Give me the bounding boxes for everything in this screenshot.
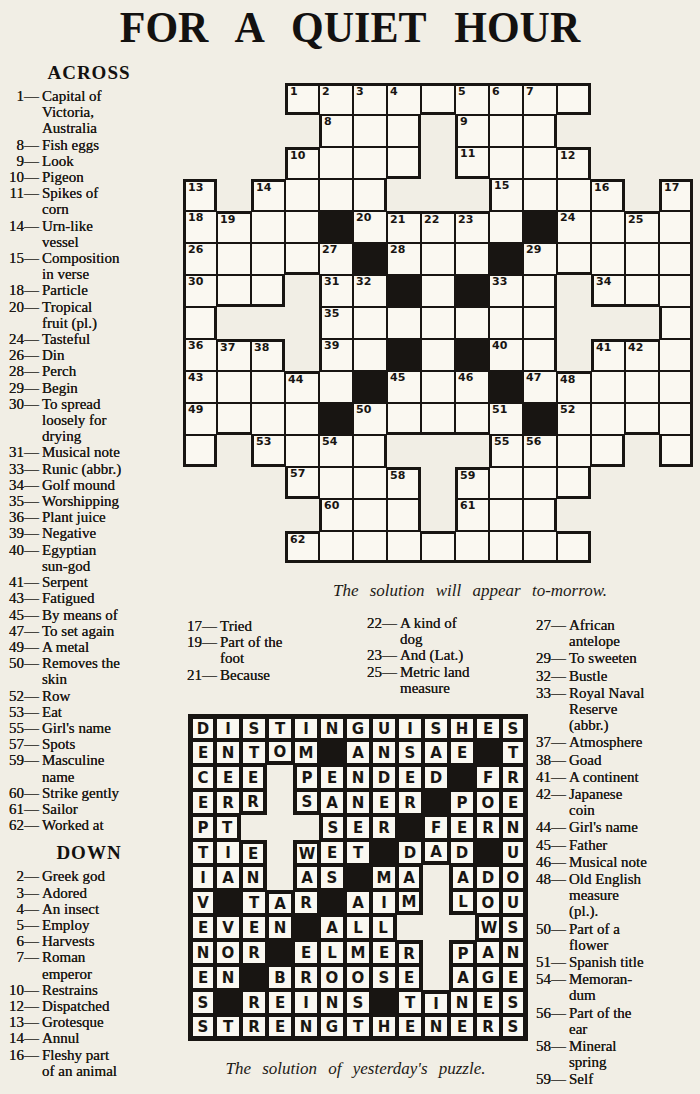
cell-0-11[interactable]: E [475, 715, 501, 740]
cell-7-14[interactable] [659, 307, 693, 339]
cell-2-4[interactable] [319, 147, 353, 179]
cell-1-6[interactable]: A [345, 740, 371, 765]
cell-10-7[interactable]: S [371, 965, 397, 990]
cell-2-11[interactable]: F [475, 765, 501, 790]
cell-8-5[interactable] [353, 339, 387, 371]
cell-10-3[interactable]: B [267, 965, 293, 990]
cell-9-0[interactable]: 43 [183, 371, 217, 403]
cell-8-9[interactable]: 40 [489, 339, 523, 371]
cell-6-14[interactable] [659, 275, 693, 307]
cell-4-5[interactable]: S [319, 815, 345, 840]
cell-6-5[interactable]: 32 [353, 275, 387, 307]
cell-10-4[interactable]: R [293, 965, 319, 990]
cell-3-2[interactable]: R [241, 790, 267, 815]
cell-3-0[interactable]: 13 [183, 179, 217, 211]
cell-4-8[interactable]: 23 [455, 211, 489, 243]
cell-1-0[interactable]: E [189, 740, 215, 765]
cell-0-12[interactable]: S [501, 715, 527, 740]
cell-5-6[interactable]: 28 [387, 243, 421, 275]
cell-2-12[interactable]: R [501, 765, 527, 790]
cell-7-8[interactable]: M [397, 890, 423, 915]
cell-9-0[interactable]: N [189, 940, 215, 965]
cell-0-2[interactable]: S [241, 715, 267, 740]
cell-10-6[interactable]: O [345, 965, 371, 990]
cell-8-12[interactable]: 41 [591, 339, 625, 371]
cell-8-3[interactable]: N [267, 915, 293, 940]
cell-8-13[interactable]: 42 [625, 339, 659, 371]
cell-6-7[interactable] [421, 275, 455, 307]
cell-0-4[interactable]: I [293, 715, 319, 740]
cell-8-6[interactable]: L [345, 915, 371, 940]
cell-9-3[interactable]: 44 [285, 371, 319, 403]
cell-6-1[interactable]: A [215, 865, 241, 890]
cell-10-13[interactable] [625, 403, 659, 435]
cell-4-7[interactable]: R [371, 815, 397, 840]
cell-6-0[interactable]: I [189, 865, 215, 890]
cell-7-6[interactable]: A [345, 890, 371, 915]
cell-6-4[interactable]: 31 [319, 275, 353, 307]
cell-1-7[interactable]: N [371, 740, 397, 765]
cell-11-11[interactable]: E [475, 990, 501, 1015]
cell-8-7[interactable] [421, 339, 455, 371]
cell-6-0[interactable]: 30 [183, 275, 217, 307]
cell-3-7[interactable]: E [371, 790, 397, 815]
cell-0-10[interactable]: 7 [523, 83, 557, 115]
cell-9-11[interactable]: A [475, 940, 501, 965]
clue-number: 32— [531, 668, 566, 684]
cell-7-4[interactable]: 35 [319, 307, 353, 339]
cell-5-14[interactable] [659, 243, 693, 275]
cell-11-14[interactable] [659, 435, 693, 467]
cell-1-8[interactable]: 9 [455, 115, 489, 147]
cell-2-1[interactable]: E [215, 765, 241, 790]
cell-3-0[interactable]: E [189, 790, 215, 815]
cell-0-9[interactable]: 6 [489, 83, 523, 115]
cell-1-10[interactable]: E [449, 740, 475, 765]
cell-1-5[interactable] [353, 115, 387, 147]
cell-6-9[interactable]: 33 [489, 275, 523, 307]
cell-12-0[interactable]: S [189, 1015, 215, 1040]
cell-5-1[interactable] [217, 243, 251, 275]
cell-10-12[interactable] [591, 403, 625, 435]
cell-9-4[interactable]: E [293, 940, 319, 965]
cell-2-6[interactable]: N [345, 765, 371, 790]
cell-2-4[interactable]: P [293, 765, 319, 790]
cell-3-10[interactable] [523, 179, 557, 211]
cell-7-10[interactable] [523, 307, 557, 339]
cell-9-2[interactable] [251, 371, 285, 403]
cell-12-9[interactable]: N [423, 1015, 449, 1040]
cell-12-7[interactable]: H [371, 1015, 397, 1040]
cell-4-0[interactable]: P [189, 815, 215, 840]
cell-1-12[interactable]: T [501, 740, 527, 765]
cell-4-3[interactable] [285, 211, 319, 243]
cell-0-4[interactable]: 2 [319, 83, 353, 115]
cell-6-13[interactable] [625, 275, 659, 307]
cell-0-3[interactable]: T [267, 715, 293, 740]
cell-5-12[interactable]: U [501, 840, 527, 865]
cell-4-9[interactable]: F [423, 815, 449, 840]
cell-5-10[interactable]: D [449, 840, 475, 865]
cell-9-12[interactable] [591, 371, 625, 403]
cell-0-6[interactable]: 4 [387, 83, 421, 115]
cell-6-10[interactable] [523, 275, 557, 307]
cell-4-13[interactable]: 25 [625, 211, 659, 243]
cell-12-11[interactable] [557, 467, 591, 499]
cell-7-7[interactable] [421, 307, 455, 339]
cell-8-0[interactable]: E [189, 915, 215, 940]
cell-6-2[interactable]: N [241, 865, 267, 890]
cell-12-11[interactable]: R [475, 1015, 501, 1040]
cell-9-8[interactable]: 46 [455, 371, 489, 403]
cell-8-11[interactable]: W [475, 915, 501, 940]
cell-0-0[interactable]: D [189, 715, 215, 740]
cell-9-13[interactable] [625, 371, 659, 403]
cell-8-12[interactable]: S [501, 915, 527, 940]
cell-13-5[interactable] [353, 499, 387, 531]
cell-6-8[interactable]: A [397, 865, 423, 890]
cell-2-8[interactable]: E [397, 765, 423, 790]
cell-11-2[interactable]: R [241, 990, 267, 1015]
cell-11-10[interactable]: N [449, 990, 475, 1015]
cell-3-5[interactable]: A [319, 790, 345, 815]
cell-9-6[interactable]: M [345, 940, 371, 965]
cell-3-14[interactable]: 17 [659, 179, 693, 211]
cell-5-12[interactable] [591, 243, 625, 275]
cell-3-4[interactable]: S [293, 790, 319, 815]
cell-8-2[interactable]: 38 [251, 339, 285, 371]
cell-1-2[interactable]: T [241, 740, 267, 765]
cell-5-7[interactable] [421, 243, 455, 275]
cell-12-4[interactable] [319, 467, 353, 499]
clue-number: 41— [4, 574, 39, 590]
cell-10-0[interactable]: 49 [183, 403, 217, 435]
cell-4-14[interactable] [659, 211, 693, 243]
cell-13-8[interactable]: 61 [455, 499, 489, 531]
cell-6-4[interactable]: A [293, 865, 319, 890]
cell-12-10[interactable] [523, 467, 557, 499]
cell-10-5[interactable]: O [319, 965, 345, 990]
cell-5-6[interactable]: T [345, 840, 371, 865]
cell-9-6[interactable]: 45 [387, 371, 421, 403]
cell-5-3[interactable] [285, 243, 319, 275]
cell-5-2[interactable]: E [241, 840, 267, 865]
cell-7-4[interactable]: R [293, 890, 319, 915]
cell-7-0[interactable] [183, 307, 217, 339]
cell-7-6[interactable] [387, 307, 421, 339]
cell-4-2[interactable] [251, 211, 285, 243]
cell-0-5[interactable]: 3 [353, 83, 387, 115]
cell-4-0[interactable]: 18 [183, 211, 217, 243]
cell-10-7[interactable] [421, 403, 455, 435]
cell-5-1[interactable]: I [215, 840, 241, 865]
cell-0-3[interactable]: 1 [285, 83, 319, 115]
cell-14-9[interactable] [489, 531, 523, 563]
cell-3-10[interactable]: P [449, 790, 475, 815]
cell-1-10[interactable] [523, 115, 557, 147]
cell-2-9[interactable] [489, 147, 523, 179]
cell-4-6[interactable]: E [345, 815, 371, 840]
cell-14-10[interactable] [523, 531, 557, 563]
cell-1-9[interactable] [489, 115, 523, 147]
cell-9-11[interactable]: 48 [557, 371, 591, 403]
cell-11-12[interactable]: S [501, 990, 527, 1015]
cell-7-0[interactable]: V [189, 890, 215, 915]
cell-0-7[interactable] [421, 83, 455, 115]
cell-8-1[interactable]: V [215, 915, 241, 940]
cell-9-1[interactable] [217, 371, 251, 403]
cell-11-11[interactable] [557, 435, 591, 467]
cell-1-1[interactable]: N [215, 740, 241, 765]
cell-10-11[interactable]: G [475, 965, 501, 990]
cell-11-3[interactable]: E [267, 990, 293, 1015]
cell-5-0[interactable]: 26 [183, 243, 217, 275]
block-6-8 [455, 275, 489, 307]
cell-11-12[interactable] [591, 435, 625, 467]
cell-13-10[interactable] [523, 499, 557, 531]
cell-12-2[interactable]: R [241, 1015, 267, 1040]
cell-8-7[interactable]: L [371, 915, 397, 940]
cell-4-9[interactable] [489, 211, 523, 243]
cell-4-1[interactable]: 19 [217, 211, 251, 243]
cell-5-13[interactable] [625, 243, 659, 275]
cell-13-6[interactable] [387, 499, 421, 531]
cell-12-6[interactable]: T [345, 1015, 371, 1040]
cell-14-6[interactable] [387, 531, 421, 563]
cell-0-11[interactable] [557, 83, 591, 115]
cell-3-8[interactable]: R [397, 790, 423, 815]
cell-1-9[interactable]: A [423, 740, 449, 765]
cell-9-8[interactable]: R [397, 940, 423, 965]
cell-11-0[interactable]: S [189, 990, 215, 1015]
cell-9-12[interactable]: N [501, 940, 527, 965]
cell-14-4[interactable] [319, 531, 353, 563]
cell-4-6[interactable]: 21 [387, 211, 421, 243]
cell-12-4[interactable]: N [293, 1015, 319, 1040]
cell-3-12[interactable]: E [501, 790, 527, 815]
solution-letter: A [425, 742, 447, 763]
cell-3-5[interactable] [353, 179, 387, 211]
cell-11-5[interactable]: N [319, 990, 345, 1015]
cell-3-9[interactable]: 15 [489, 179, 523, 211]
cell-11-8[interactable]: T [397, 990, 423, 1015]
cell-0-1[interactable]: I [215, 715, 241, 740]
cell-5-2[interactable] [251, 243, 285, 275]
cell-5-9[interactable]: A [423, 840, 449, 865]
cell-3-3[interactable] [285, 179, 319, 211]
cell-10-8[interactable] [455, 403, 489, 435]
cell-9-7[interactable]: E [371, 940, 397, 965]
cell-11-9[interactable]: I [423, 990, 449, 1015]
cell-8-1[interactable]: 37 [217, 339, 251, 371]
cell-5-5[interactable]: E [319, 840, 345, 865]
cell-2-3[interactable]: 10 [285, 147, 319, 179]
cell-9-10[interactable]: P [449, 940, 475, 965]
cell-7-7[interactable]: I [371, 890, 397, 915]
cell-11-10[interactable]: 56 [523, 435, 557, 467]
cell-8-2[interactable]: E [241, 915, 267, 940]
cell-2-11[interactable]: 12 [557, 147, 591, 179]
cell-0-10[interactable]: H [449, 715, 475, 740]
cell-5-10[interactable]: 29 [523, 243, 557, 275]
cell-11-3[interactable] [285, 435, 319, 467]
cell-2-0[interactable]: C [189, 765, 215, 790]
cell-8-5[interactable]: A [319, 915, 345, 940]
cell-9-5[interactable]: L [319, 940, 345, 965]
cell-12-8[interactable]: 59 [455, 467, 489, 499]
cell-4-12[interactable] [591, 211, 625, 243]
block-5-9 [489, 243, 523, 275]
cell-12-6[interactable]: 58 [387, 467, 421, 499]
clue-number: 2— [4, 868, 39, 884]
cell-7-11[interactable]: O [475, 890, 501, 915]
cell-10-8[interactable]: E [397, 965, 423, 990]
cell-10-12[interactable]: E [501, 965, 527, 990]
cell-1-6[interactable] [387, 115, 421, 147]
cell-13-9[interactable] [489, 499, 523, 531]
cell-5-4[interactable]: W [293, 840, 319, 865]
cell-7-12[interactable]: U [501, 890, 527, 915]
cell-14-3[interactable]: 62 [285, 531, 319, 563]
cell-6-12[interactable]: O [501, 865, 527, 890]
cell-3-1[interactable]: R [215, 790, 241, 815]
cell-10-3[interactable] [285, 403, 319, 435]
cell-8-0[interactable]: 36 [183, 339, 217, 371]
cell-3-4[interactable] [319, 179, 353, 211]
cell-0-5[interactable]: N [319, 715, 345, 740]
cell-7-8[interactable] [455, 307, 489, 339]
cell-12-3[interactable]: 57 [285, 467, 319, 499]
cell-2-10[interactable] [523, 147, 557, 179]
cell-4-5[interactable]: 20 [353, 211, 387, 243]
cell-12-5[interactable] [353, 467, 387, 499]
cell-0-6[interactable]: G [345, 715, 371, 740]
cell-4-11[interactable]: R [475, 815, 501, 840]
cell-12-3[interactable]: E [267, 1015, 293, 1040]
cell-2-8[interactable]: 11 [455, 147, 489, 179]
cell-11-5[interactable] [353, 435, 387, 467]
cell-12-9[interactable] [489, 467, 523, 499]
cell-6-7[interactable]: M [371, 865, 397, 890]
cell-7-5[interactable] [353, 307, 387, 339]
cell-10-14[interactable] [659, 403, 693, 435]
cell-9-7[interactable] [421, 371, 455, 403]
cell-10-6[interactable] [387, 403, 421, 435]
cell-7-9[interactable] [489, 307, 523, 339]
cell-14-7[interactable] [421, 531, 455, 563]
cell-9-2[interactable]: R [241, 940, 267, 965]
cell-12-5[interactable]: G [319, 1015, 345, 1040]
cell-11-4[interactable]: I [293, 990, 319, 1015]
cell-0-8[interactable]: 5 [455, 83, 489, 115]
cell-1-4[interactable]: 8 [319, 115, 353, 147]
cell-6-10[interactable]: A [449, 865, 475, 890]
cell-14-11[interactable] [557, 531, 591, 563]
cell-9-4[interactable] [319, 371, 353, 403]
cell-9-1[interactable]: O [215, 940, 241, 965]
cell-11-6[interactable]: S [345, 990, 371, 1015]
cell-10-5[interactable]: 50 [353, 403, 387, 435]
cell-2-9[interactable]: D [423, 765, 449, 790]
cell-4-7[interactable]: 22 [421, 211, 455, 243]
cell-5-0[interactable]: T [189, 840, 215, 865]
cell-3-11[interactable] [557, 179, 591, 211]
solution-letter: I [217, 842, 239, 863]
cell-3-12[interactable]: 16 [591, 179, 625, 211]
cell-11-0[interactable] [183, 435, 217, 467]
cell-3-6[interactable]: N [345, 790, 371, 815]
cell-5-4[interactable]: 27 [319, 243, 353, 275]
cell-4-1[interactable]: T [215, 815, 241, 840]
cell-10-10[interactable]: A [449, 965, 475, 990]
cell-5-8[interactable]: D [397, 840, 423, 865]
cell-4-10[interactable]: E [449, 815, 475, 840]
cell-2-7[interactable]: D [371, 765, 397, 790]
cell-0-9[interactable]: S [423, 715, 449, 740]
cell-2-2[interactable]: E [241, 765, 267, 790]
cell-5-11[interactable] [557, 243, 591, 275]
cell-9-10[interactable]: 47 [523, 371, 557, 403]
cell-1-3[interactable]: O [267, 740, 293, 765]
cell-6-12[interactable]: 34 [591, 275, 625, 307]
cell-9-14[interactable] [659, 371, 693, 403]
cell-7-3[interactable]: A [267, 890, 293, 915]
cell-10-2[interactable] [251, 403, 285, 435]
cell-14-5[interactable] [353, 531, 387, 563]
cell-3-11[interactable]: O [475, 790, 501, 815]
cell-10-11[interactable]: 52 [557, 403, 591, 435]
cell-14-8[interactable] [455, 531, 489, 563]
cell-0-8[interactable]: I [397, 715, 423, 740]
cell-1-4[interactable]: M [293, 740, 319, 765]
cell-8-10[interactable] [523, 339, 557, 371]
cell-8-4[interactable]: 39 [319, 339, 353, 371]
cell-7-2[interactable]: T [241, 890, 267, 915]
cell-0-7[interactable]: U [371, 715, 397, 740]
block-6-6 [345, 865, 371, 890]
cell-12-10[interactable]: E [449, 1015, 475, 1040]
cell-11-9[interactable]: 55 [489, 435, 523, 467]
cell-3-2[interactable]: 14 [251, 179, 285, 211]
cell-13-4[interactable]: 60 [319, 499, 353, 531]
clue-number: 14— [4, 218, 39, 234]
cell-1-8[interactable]: S [397, 740, 423, 765]
void-area [455, 435, 489, 467]
cell-12-1[interactable]: T [215, 1015, 241, 1040]
clue-number: 29— [531, 650, 566, 666]
cell-11-2[interactable]: 53 [251, 435, 285, 467]
cell-8-14[interactable] [659, 339, 693, 371]
cell-6-11[interactable]: D [475, 865, 501, 890]
cell-6-2[interactable] [251, 275, 285, 307]
cell-2-6[interactable] [387, 147, 421, 179]
cell-4-11[interactable]: 24 [557, 211, 591, 243]
cell-10-9[interactable]: 51 [489, 403, 523, 435]
cell-2-5[interactable]: E [319, 765, 345, 790]
cell-10-1[interactable]: N [215, 965, 241, 990]
cell-10-1[interactable] [217, 403, 251, 435]
cell-6-1[interactable] [217, 275, 251, 307]
cell-4-12[interactable]: N [501, 815, 527, 840]
cell-6-5[interactable]: S [319, 865, 345, 890]
cell-2-5[interactable] [353, 147, 387, 179]
cell-10-0[interactable]: E [189, 965, 215, 990]
cell-5-8[interactable] [455, 243, 489, 275]
cell-12-8[interactable]: E [397, 1015, 423, 1040]
cell-11-4[interactable]: 54 [319, 435, 353, 467]
cell-12-12[interactable]: S [501, 1015, 527, 1040]
cell-7-10[interactable]: L [449, 890, 475, 915]
